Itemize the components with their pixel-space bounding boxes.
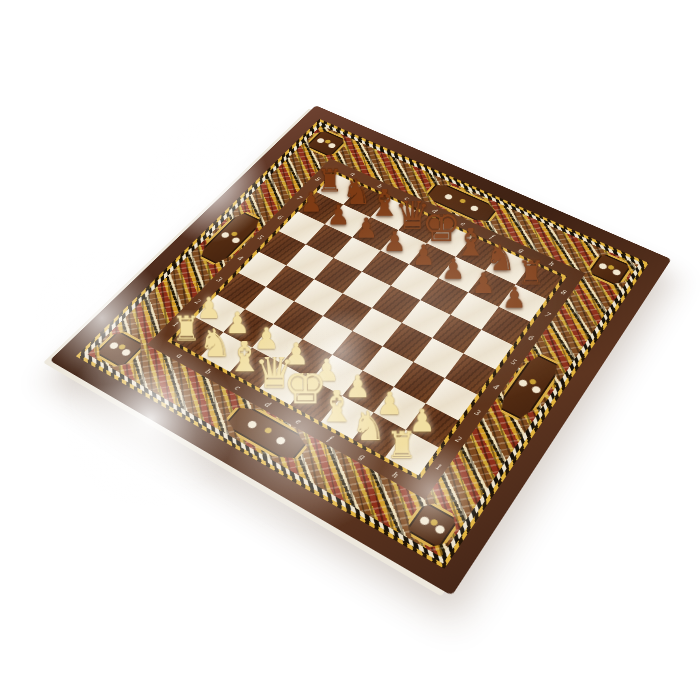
white-rook-h1[interactable]: ♜ <box>382 425 421 466</box>
rope-border-inner: ♜♞♝♛♚♝♞♜♟♟♟♟♟♟♟♟♟♟♟♟♟♟♟♟♜♞♝♛♚♝♞♜ <box>168 170 568 480</box>
rank-label-nw-4: 4 <box>236 254 245 261</box>
rank-label-se-6: 6 <box>527 334 536 342</box>
rank-label-se-3: 3 <box>473 408 482 417</box>
file-label-sw-b: b <box>204 367 214 376</box>
mosaic-medallion-corner <box>91 328 148 372</box>
rank-label-se-7: 7 <box>543 311 551 319</box>
black-pawn-glyph: ♟ <box>327 202 350 229</box>
rank-label-se-4: 4 <box>492 382 501 391</box>
white-rook-glyph: ♜ <box>386 427 418 464</box>
black-pawn-glyph: ♟ <box>412 241 436 269</box>
coordinate-band: ♜♞♝♛♚♝♞♜♟♟♟♟♟♟♟♟♟♟♟♟♟♟♟♟♜♞♝♛♚♝♞♜ aabbccd… <box>147 158 586 499</box>
rank-label-nw-5: 5 <box>256 234 265 241</box>
file-label-sw-g: g <box>357 452 367 462</box>
file-label-sw-e: e <box>294 417 304 426</box>
file-label-ne-h: h <box>548 260 556 268</box>
black-pawn-glyph: ♟ <box>502 283 527 312</box>
file-label-sw-d: d <box>263 400 273 409</box>
chess-board: ♜♞♝♛♚♝♞♜♟♟♟♟♟♟♟♟♟♟♟♟♟♟♟♟♜♞♝♛♚♝♞♜ aabbccd… <box>50 105 672 595</box>
white-knight-glyph: ♞ <box>351 405 386 446</box>
board-frame: ♜♞♝♛♚♝♞♜♟♟♟♟♟♟♟♟♟♟♟♟♟♟♟♟♜♞♝♛♚♝♞♜ aabbccd… <box>50 105 672 595</box>
rank-label-se-8: 8 <box>560 288 568 296</box>
file-label-sw-h: h <box>390 470 400 480</box>
mosaic-medallion-corner <box>584 250 635 289</box>
mosaic-medallion-corner <box>401 498 463 553</box>
mosaic-border: ♜♞♝♛♚♝♞♜♟♟♟♟♟♟♟♟♟♟♟♟♟♟♟♟♜♞♝♛♚♝♞♜ aabbccd… <box>81 122 644 564</box>
rank-label-se-2: 2 <box>454 434 464 444</box>
mosaic-medallion-corner <box>302 127 349 159</box>
rope-border-outer: ♜♞♝♛♚♝♞♜♟♟♟♟♟♟♟♟♟♟♟♟♟♟♟♟♜♞♝♛♚♝♞♜ aabbccd… <box>76 119 649 569</box>
rank-label-se-1: 1 <box>434 462 444 472</box>
black-pawn-glyph: ♟ <box>441 255 465 283</box>
black-pawn-glyph: ♟ <box>355 214 378 242</box>
photo-stage: ♜♞♝♛♚♝♞♜♟♟♟♟♟♟♟♟♟♟♟♟♟♟♟♟♜♞♝♛♚♝♞♜ aabbccd… <box>0 0 700 700</box>
rank-label-nw-6: 6 <box>276 214 285 221</box>
black-pawn-glyph: ♟ <box>471 269 496 298</box>
pieces-layer: ♜♞♝♛♚♝♞♜♟♟♟♟♟♟♟♟♟♟♟♟♟♟♟♟♜♞♝♛♚♝♞♜ <box>173 173 563 475</box>
file-label-sw-a: a <box>175 351 185 360</box>
file-label-sw-f: f <box>326 434 334 443</box>
rank-label-se-5: 5 <box>509 358 518 367</box>
file-label-ne-g: g <box>518 246 526 253</box>
file-label-sw-c: c <box>233 383 243 392</box>
black-pawn-h7[interactable]: ♟ <box>497 277 533 314</box>
rank-label-nw-3: 3 <box>215 276 224 284</box>
black-pawn-glyph: ♟ <box>300 189 323 216</box>
black-pawn-glyph: ♟ <box>383 228 407 256</box>
